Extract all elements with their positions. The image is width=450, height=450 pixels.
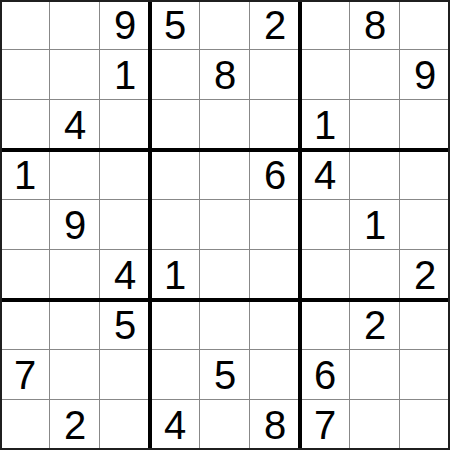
sudoku-page: 95281894116491412527562487 [0, 0, 450, 450]
cell-r2c4[interactable] [150, 50, 200, 100]
cell-r4c7[interactable]: 4 [300, 150, 350, 200]
cell-r3c5[interactable] [200, 100, 250, 150]
cell-r6c3[interactable]: 4 [100, 250, 150, 300]
cell-r6c5[interactable] [200, 250, 250, 300]
cell-r4c3[interactable] [100, 150, 150, 200]
cell-r9c6[interactable]: 8 [250, 400, 300, 450]
cell-r9c3[interactable] [100, 400, 150, 450]
cell-r4c5[interactable] [200, 150, 250, 200]
cell-r3c6[interactable] [250, 100, 300, 150]
cell-r6c4[interactable]: 1 [150, 250, 200, 300]
cell-r3c3[interactable] [100, 100, 150, 150]
cell-r7c1[interactable] [0, 300, 50, 350]
cell-r1c6[interactable]: 2 [250, 0, 300, 50]
cell-r3c1[interactable] [0, 100, 50, 150]
cell-r5c6[interactable] [250, 200, 300, 250]
cell-r3c9[interactable] [400, 100, 450, 150]
cell-r5c5[interactable] [200, 200, 250, 250]
cell-r2c5[interactable]: 8 [200, 50, 250, 100]
cell-r4c1[interactable]: 1 [0, 150, 50, 200]
cell-r7c7[interactable] [300, 300, 350, 350]
cell-r6c8[interactable] [350, 250, 400, 300]
cell-r4c6[interactable]: 6 [250, 150, 300, 200]
cell-r5c4[interactable] [150, 200, 200, 250]
cell-r2c6[interactable] [250, 50, 300, 100]
cell-r5c1[interactable] [0, 200, 50, 250]
cell-r6c9[interactable]: 2 [400, 250, 450, 300]
cell-r5c7[interactable] [300, 200, 350, 250]
cell-r5c3[interactable] [100, 200, 150, 250]
cell-r7c9[interactable] [400, 300, 450, 350]
cell-r9c8[interactable] [350, 400, 400, 450]
cell-r2c2[interactable] [50, 50, 100, 100]
cell-r8c3[interactable] [100, 350, 150, 400]
cell-r2c3[interactable]: 1 [100, 50, 150, 100]
cell-r1c4[interactable]: 5 [150, 0, 200, 50]
cell-r4c8[interactable] [350, 150, 400, 200]
cell-r6c1[interactable] [0, 250, 50, 300]
cell-r4c9[interactable] [400, 150, 450, 200]
cell-r8c4[interactable] [150, 350, 200, 400]
cell-r2c1[interactable] [0, 50, 50, 100]
cell-r1c2[interactable] [50, 0, 100, 50]
cell-r9c2[interactable]: 2 [50, 400, 100, 450]
cell-r8c8[interactable] [350, 350, 400, 400]
cell-r7c6[interactable] [250, 300, 300, 350]
cell-r8c2[interactable] [50, 350, 100, 400]
cell-r7c8[interactable]: 2 [350, 300, 400, 350]
cell-r7c2[interactable] [50, 300, 100, 350]
cell-r9c1[interactable] [0, 400, 50, 450]
cell-r9c5[interactable] [200, 400, 250, 450]
cell-r8c9[interactable] [400, 350, 450, 400]
cell-r1c5[interactable] [200, 0, 250, 50]
cell-r5c8[interactable]: 1 [350, 200, 400, 250]
cell-r2c9[interactable]: 9 [400, 50, 450, 100]
sudoku-board: 95281894116491412527562487 [0, 0, 450, 450]
cell-r6c6[interactable] [250, 250, 300, 300]
cell-r5c2[interactable]: 9 [50, 200, 100, 250]
cell-r7c5[interactable] [200, 300, 250, 350]
cell-r5c9[interactable] [400, 200, 450, 250]
cell-r7c4[interactable] [150, 300, 200, 350]
cell-r3c4[interactable] [150, 100, 200, 150]
cell-r3c8[interactable] [350, 100, 400, 150]
cell-r1c1[interactable] [0, 0, 50, 50]
cell-r8c6[interactable] [250, 350, 300, 400]
cell-r8c7[interactable]: 6 [300, 350, 350, 400]
cell-r2c7[interactable] [300, 50, 350, 100]
cell-r6c2[interactable] [50, 250, 100, 300]
cell-r1c9[interactable] [400, 0, 450, 50]
cell-r1c3[interactable]: 9 [100, 0, 150, 50]
cell-r3c2[interactable]: 4 [50, 100, 100, 150]
cell-r4c2[interactable] [50, 150, 100, 200]
cell-r6c7[interactable] [300, 250, 350, 300]
cell-r9c7[interactable]: 7 [300, 400, 350, 450]
cell-r1c8[interactable]: 8 [350, 0, 400, 50]
cell-r9c9[interactable] [400, 400, 450, 450]
cell-r1c7[interactable] [300, 0, 350, 50]
cell-r9c4[interactable]: 4 [150, 400, 200, 450]
cell-r8c5[interactable]: 5 [200, 350, 250, 400]
cell-r3c7[interactable]: 1 [300, 100, 350, 150]
cell-r7c3[interactable]: 5 [100, 300, 150, 350]
cell-r2c8[interactable] [350, 50, 400, 100]
cell-r4c4[interactable] [150, 150, 200, 200]
cell-r8c1[interactable]: 7 [0, 350, 50, 400]
